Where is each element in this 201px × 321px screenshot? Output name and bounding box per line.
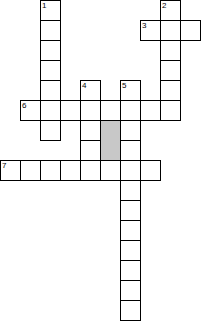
cell-r13c6[interactable] [120,260,141,281]
cell-r4c4[interactable] [80,80,101,101]
gray-block-r6c5 [100,120,121,161]
cell-r8c3[interactable] [60,160,81,181]
cell-r4c8[interactable] [160,80,181,101]
cell-r9c6[interactable] [120,180,141,201]
cell-r4c2[interactable] [40,80,61,101]
cell-r5c8[interactable] [160,100,181,121]
cell-r8c2[interactable] [40,160,61,181]
cell-r1c9[interactable] [180,20,201,41]
cell-r10c6[interactable] [120,200,141,221]
cell-r5c7[interactable] [140,100,161,121]
cell-r7c4[interactable] [80,140,101,161]
cell-r3c2[interactable] [40,60,61,81]
cell-r1c7[interactable] [140,20,161,41]
cell-r8c7[interactable] [140,160,161,181]
cell-r5c4[interactable] [80,100,101,121]
cell-r1c2[interactable] [40,20,61,41]
crossword-board: 1234567 [0,0,201,321]
cell-r5c2[interactable] [40,100,61,121]
cell-r5c6[interactable] [120,100,141,121]
cell-r11c6[interactable] [120,220,141,241]
cell-r5c1[interactable] [20,100,41,121]
cell-r5c5[interactable] [100,100,121,121]
cell-r4c6[interactable] [120,80,141,101]
cell-r14c6[interactable] [120,280,141,301]
cell-r5c3[interactable] [60,100,81,121]
cell-r1c8[interactable] [160,20,181,41]
cell-r15c6[interactable] [120,300,141,321]
cell-r6c4[interactable] [80,120,101,141]
cell-r8c1[interactable] [20,160,41,181]
crossword-puzzle: 1234567 [0,0,201,321]
cell-r6c6[interactable] [120,120,141,141]
cell-r8c0[interactable] [0,160,21,181]
cell-r12c6[interactable] [120,240,141,261]
cell-r0c8[interactable] [160,0,181,21]
cell-r0c2[interactable] [40,0,61,21]
cell-r2c8[interactable] [160,40,181,61]
cell-r2c2[interactable] [40,40,61,61]
cell-r8c4[interactable] [80,160,101,181]
cell-r7c6[interactable] [120,140,141,161]
cell-r8c6[interactable] [120,160,141,181]
cell-r3c8[interactable] [160,60,181,81]
cell-r8c5[interactable] [100,160,121,181]
cell-r6c2[interactable] [40,120,61,141]
